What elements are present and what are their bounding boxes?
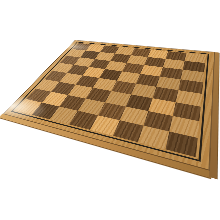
- board-frame: [3, 40, 215, 171]
- board-squares: [15, 43, 206, 157]
- chessboard-product-photo: [0, 0, 220, 220]
- chessboard: [3, 40, 215, 171]
